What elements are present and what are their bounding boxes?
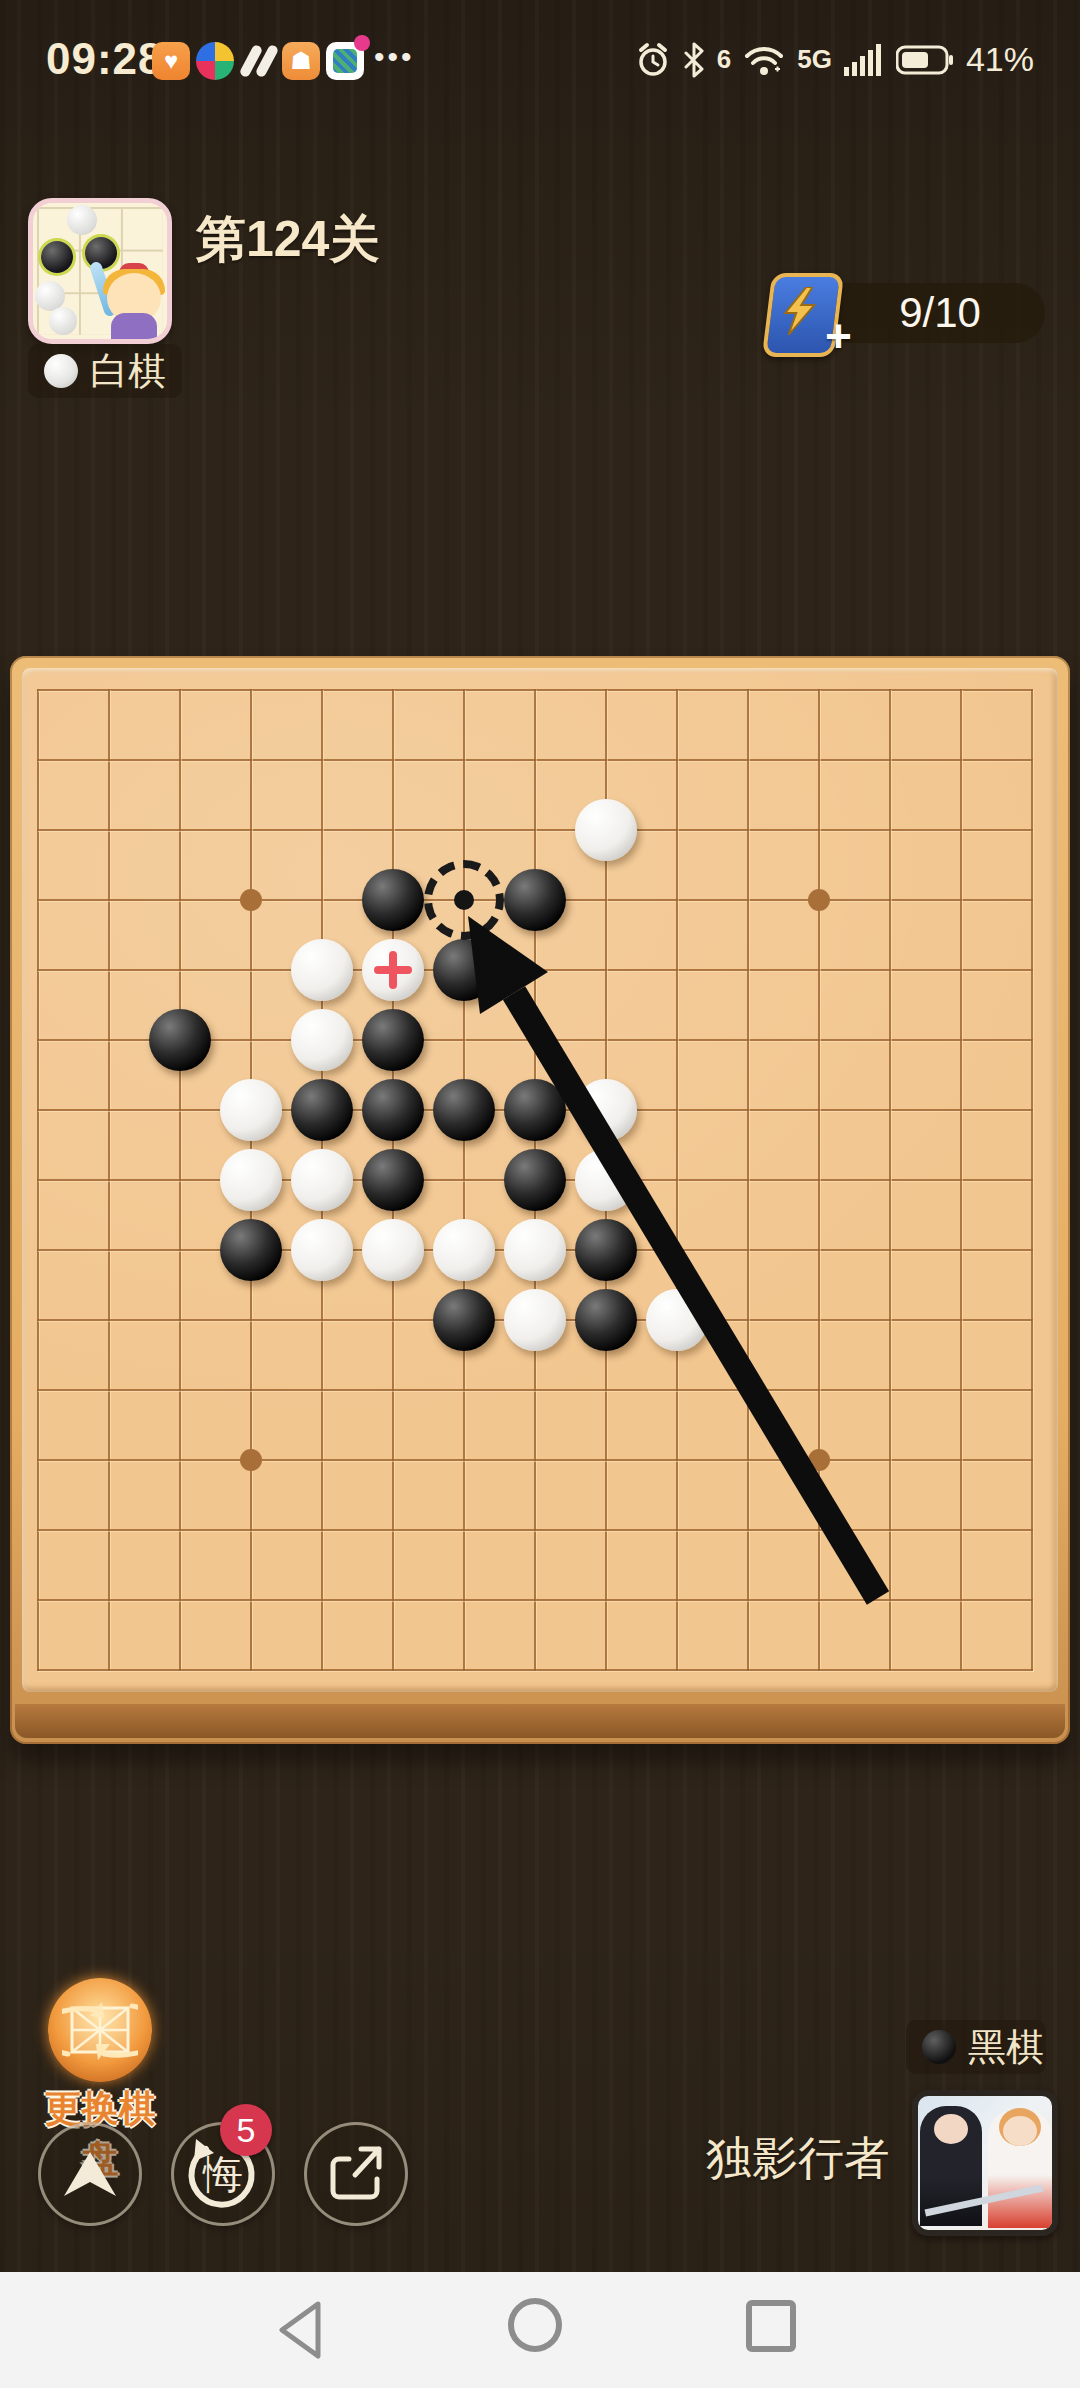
- grid-line-h: [37, 1459, 1033, 1461]
- change-board-icon: [48, 1978, 152, 2082]
- energy-plus-sign: +: [825, 309, 852, 363]
- white-stone: [362, 1219, 424, 1281]
- board-surface[interactable]: [22, 668, 1058, 1692]
- mini-white-stone: [49, 307, 77, 335]
- avatar-figure-light: [988, 2110, 1052, 2228]
- nav-recents-button[interactable]: [746, 2300, 796, 2352]
- network-5g-label: 5G: [797, 44, 832, 75]
- nav-home-button[interactable]: [508, 2298, 562, 2352]
- black-stone: [433, 1079, 495, 1141]
- grid-line-v: [1031, 689, 1033, 1671]
- level-title: 第124关: [196, 206, 379, 273]
- white-stone: [220, 1149, 282, 1211]
- wifi-icon: [743, 43, 785, 77]
- grid-line-v: [818, 689, 820, 1671]
- black-stone: [433, 939, 495, 1001]
- white-stone: [575, 1079, 637, 1141]
- energy-count: 9/10: [865, 289, 1015, 337]
- grid-line-v: [960, 689, 962, 1671]
- signal-bars-icon: [844, 43, 884, 77]
- opponent-name: 独影行者: [690, 2128, 890, 2190]
- pinwheel-app-notification-icon: [196, 42, 234, 80]
- double-slash-notification-icon: [240, 42, 278, 80]
- black-stone: [575, 1289, 637, 1351]
- battery-icon: [896, 45, 954, 75]
- grid-line-v: [747, 689, 749, 1671]
- opponent-side-label: 黑棋: [968, 2022, 1044, 2073]
- cartoon-warrior: [93, 261, 172, 344]
- white-stone: [291, 1009, 353, 1071]
- health-app-notification-icon: ♥: [152, 42, 190, 80]
- collapse-up-button[interactable]: [38, 2122, 142, 2226]
- black-stone: [575, 1219, 637, 1281]
- black-stone: [504, 869, 566, 931]
- wifi-6-label: 6: [717, 44, 731, 75]
- grid-line-h: [37, 1669, 1033, 1671]
- star-point: [240, 889, 262, 911]
- china-mobile-notification-icon: [326, 42, 364, 80]
- status-icons-right: 6 5G 41%: [635, 40, 1034, 79]
- opponent-avatar[interactable]: [912, 2090, 1058, 2236]
- star-point: [808, 1449, 830, 1471]
- white-stone: [362, 939, 424, 1001]
- white-stone: [504, 1289, 566, 1351]
- white-stone: [575, 799, 637, 861]
- black-stone: [362, 1009, 424, 1071]
- suggested-move-target[interactable]: [424, 860, 504, 940]
- black-stone: [220, 1219, 282, 1281]
- android-nav-bar: Baidu 经验 jingyan.baidu.com: [0, 2272, 1080, 2388]
- black-stone: [362, 1149, 424, 1211]
- grid-line-v: [676, 689, 678, 1671]
- white-stone: [220, 1079, 282, 1141]
- board-front-edge: [15, 1704, 1065, 1738]
- share-button[interactable]: [304, 2122, 408, 2226]
- more-notifications-icon: •••: [374, 40, 415, 74]
- white-stone: [291, 1219, 353, 1281]
- star-point: [240, 1449, 262, 1471]
- nav-back-button[interactable]: [272, 2298, 328, 2362]
- mini-black-stone: [41, 241, 73, 273]
- app-screen: 09:28 ♥ ☗ ••• 6 5G: [0, 0, 1080, 2388]
- black-stone: [362, 869, 424, 931]
- grid-line-h: [37, 1599, 1033, 1601]
- care-app-notification-icon: ☗: [282, 42, 320, 80]
- black-stone: [291, 1079, 353, 1141]
- star-point: [808, 889, 830, 911]
- bluetooth-icon: [683, 42, 705, 78]
- player-side-badge: 白棋: [28, 344, 182, 398]
- white-stone: [433, 1219, 495, 1281]
- status-bar: 09:28 ♥ ☗ ••• 6 5G: [0, 0, 1080, 96]
- player-side-label: 白棋: [90, 346, 166, 397]
- white-stone: [504, 1219, 566, 1281]
- clock-text: 09:28: [46, 34, 164, 84]
- grid-line-h: [37, 1389, 1033, 1391]
- gomoku-board[interactable]: [10, 656, 1070, 1744]
- mini-white-stone: [67, 205, 97, 235]
- white-stone-icon: [44, 354, 78, 388]
- undo-character: 悔: [203, 2147, 243, 2202]
- white-stone: [575, 1149, 637, 1211]
- grid-line-v: [889, 689, 891, 1671]
- white-stone: [291, 939, 353, 1001]
- alarm-clock-icon: [635, 42, 671, 78]
- black-stone: [433, 1289, 495, 1351]
- black-stone-icon: [922, 2030, 956, 2064]
- black-stone: [149, 1009, 211, 1071]
- white-stone: [646, 1289, 708, 1351]
- energy-pill[interactable]: + 9/10: [795, 283, 1045, 343]
- grid-line-h: [37, 1529, 1033, 1531]
- opponent-side-badge: 黑棋: [906, 2020, 1046, 2074]
- black-stone: [504, 1079, 566, 1141]
- level-app-icon[interactable]: [28, 198, 172, 344]
- black-stone: [504, 1149, 566, 1211]
- undo-count-badge: 5: [220, 2104, 272, 2156]
- share-icon: [325, 2143, 387, 2205]
- black-stone: [362, 1079, 424, 1141]
- up-arrow-icon: [58, 2146, 122, 2202]
- white-stone: [291, 1149, 353, 1211]
- battery-percent-text: 41%: [966, 40, 1034, 79]
